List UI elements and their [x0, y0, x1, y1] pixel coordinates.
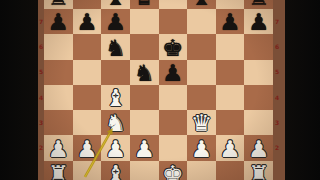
square-g7[interactable]: ♟: [216, 9, 245, 34]
rank-label-right-2: 2: [275, 145, 285, 151]
square-c7[interactable]: ♟: [101, 9, 130, 34]
square-b8[interactable]: [73, 0, 102, 9]
square-f8[interactable]: ♝: [187, 0, 216, 9]
piece-black-knight: ♞: [101, 36, 130, 59]
square-f5[interactable]: [187, 60, 216, 85]
square-a7[interactable]: ♟: [44, 9, 73, 34]
square-d8[interactable]: ♛: [130, 0, 159, 9]
piece-white-bishop: ♝: [101, 163, 130, 180]
chess-board: ♜♝♛♝♜♟♟♟♟♟♞♚♞♟♝♞♛♟♟♟♟♟♟♟♜♝♚♜: [44, 0, 273, 180]
square-h6[interactable]: [244, 34, 273, 59]
square-f2[interactable]: ♟: [187, 135, 216, 160]
square-h8[interactable]: ♜: [244, 0, 273, 9]
piece-white-king: ♚: [159, 163, 188, 180]
video-frame: 765432 765432 ♜♝♛♝♜♟♟♟♟♟♞♚♞♟♝♞♛♟♟♟♟♟♟♟♜♝…: [0, 0, 320, 180]
letterbox-left: [0, 0, 38, 180]
square-d5[interactable]: ♞: [130, 60, 159, 85]
square-b1[interactable]: [73, 161, 102, 180]
square-c8[interactable]: ♝: [101, 0, 130, 9]
piece-white-pawn: ♟: [101, 137, 130, 160]
piece-black-pawn: ♟: [73, 11, 102, 34]
board-border-right: 765432: [273, 0, 285, 180]
letterbox-right: [285, 0, 320, 180]
square-h7[interactable]: ♟: [244, 9, 273, 34]
square-b5[interactable]: [73, 60, 102, 85]
piece-black-pawn: ♟: [101, 11, 130, 34]
board-border-left: 765432: [38, 0, 44, 180]
rank-label-left-2: 2: [38, 145, 44, 151]
rank-label-right-6: 6: [275, 44, 285, 50]
square-d4[interactable]: [130, 85, 159, 110]
square-b3[interactable]: [73, 110, 102, 135]
square-e3[interactable]: [159, 110, 188, 135]
piece-white-pawn: ♟: [244, 137, 273, 160]
square-b7[interactable]: ♟: [73, 9, 102, 34]
square-b6[interactable]: [73, 34, 102, 59]
piece-black-bishop: ♝: [101, 0, 130, 9]
square-d2[interactable]: ♟: [130, 135, 159, 160]
piece-white-pawn: ♟: [187, 137, 216, 160]
square-a6[interactable]: [44, 34, 73, 59]
piece-black-pawn: ♟: [216, 11, 245, 34]
square-d6[interactable]: [130, 34, 159, 59]
rank-label-left-5: 5: [38, 69, 44, 75]
square-h1[interactable]: ♜: [244, 161, 273, 180]
square-f6[interactable]: [187, 34, 216, 59]
square-g1[interactable]: [216, 161, 245, 180]
rank-label-right-4: 4: [275, 95, 285, 101]
square-c6[interactable]: ♞: [101, 34, 130, 59]
piece-white-pawn: ♟: [130, 137, 159, 160]
piece-white-pawn: ♟: [216, 137, 245, 160]
square-b2[interactable]: ♟: [73, 135, 102, 160]
piece-black-rook: ♜: [44, 0, 73, 9]
square-g8[interactable]: [216, 0, 245, 9]
square-d3[interactable]: [130, 110, 159, 135]
square-d1[interactable]: [130, 161, 159, 180]
piece-black-knight: ♞: [130, 61, 159, 84]
rank-label-left-4: 4: [38, 95, 44, 101]
piece-white-rook: ♜: [244, 163, 273, 180]
square-g5[interactable]: [216, 60, 245, 85]
piece-black-pawn: ♟: [244, 11, 273, 34]
square-h4[interactable]: [244, 85, 273, 110]
piece-black-rook: ♜: [244, 0, 273, 9]
piece-white-pawn: ♟: [44, 137, 73, 160]
piece-black-bishop: ♝: [187, 0, 216, 9]
piece-white-pawn: ♟: [73, 137, 102, 160]
rank-label-left-7: 7: [38, 19, 44, 25]
square-a3[interactable]: [44, 110, 73, 135]
square-e1[interactable]: ♚: [159, 161, 188, 180]
piece-black-king: ♚: [159, 36, 188, 59]
square-g2[interactable]: ♟: [216, 135, 245, 160]
rank-label-left-3: 3: [38, 120, 44, 126]
square-e2[interactable]: [159, 135, 188, 160]
square-c4[interactable]: ♝: [101, 85, 130, 110]
square-g4[interactable]: [216, 85, 245, 110]
square-a4[interactable]: [44, 85, 73, 110]
square-h3[interactable]: [244, 110, 273, 135]
square-g6[interactable]: [216, 34, 245, 59]
piece-white-bishop: ♝: [101, 87, 130, 110]
rank-label-right-3: 3: [275, 120, 285, 126]
square-f7[interactable]: [187, 9, 216, 34]
square-f3[interactable]: ♛: [187, 110, 216, 135]
square-a2[interactable]: ♟: [44, 135, 73, 160]
rank-label-right-5: 5: [275, 69, 285, 75]
square-e4[interactable]: [159, 85, 188, 110]
piece-black-pawn: ♟: [44, 11, 73, 34]
square-c2[interactable]: ♟: [101, 135, 130, 160]
square-h5[interactable]: [244, 60, 273, 85]
piece-white-queen: ♛: [187, 112, 216, 135]
square-e7[interactable]: [159, 9, 188, 34]
square-a8[interactable]: ♜: [44, 0, 73, 9]
square-f1[interactable]: [187, 161, 216, 180]
square-c3[interactable]: ♞: [101, 110, 130, 135]
rank-label-right-7: 7: [275, 19, 285, 25]
piece-black-pawn: ♟: [159, 61, 188, 84]
square-d7[interactable]: [130, 9, 159, 34]
rank-label-left-6: 6: [38, 44, 44, 50]
square-f4[interactable]: [187, 85, 216, 110]
square-a1[interactable]: ♜: [44, 161, 73, 180]
square-e6[interactable]: ♚: [159, 34, 188, 59]
square-e8[interactable]: [159, 0, 188, 9]
square-g3[interactable]: [216, 110, 245, 135]
piece-white-rook: ♜: [44, 163, 73, 180]
square-b4[interactable]: [73, 85, 102, 110]
piece-black-queen: ♛: [130, 0, 159, 9]
square-h2[interactable]: ♟: [244, 135, 273, 160]
square-a5[interactable]: [44, 60, 73, 85]
piece-white-knight: ♞: [101, 112, 130, 135]
square-c5[interactable]: [101, 60, 130, 85]
square-e5[interactable]: ♟: [159, 60, 188, 85]
square-c1[interactable]: ♝: [101, 161, 130, 180]
